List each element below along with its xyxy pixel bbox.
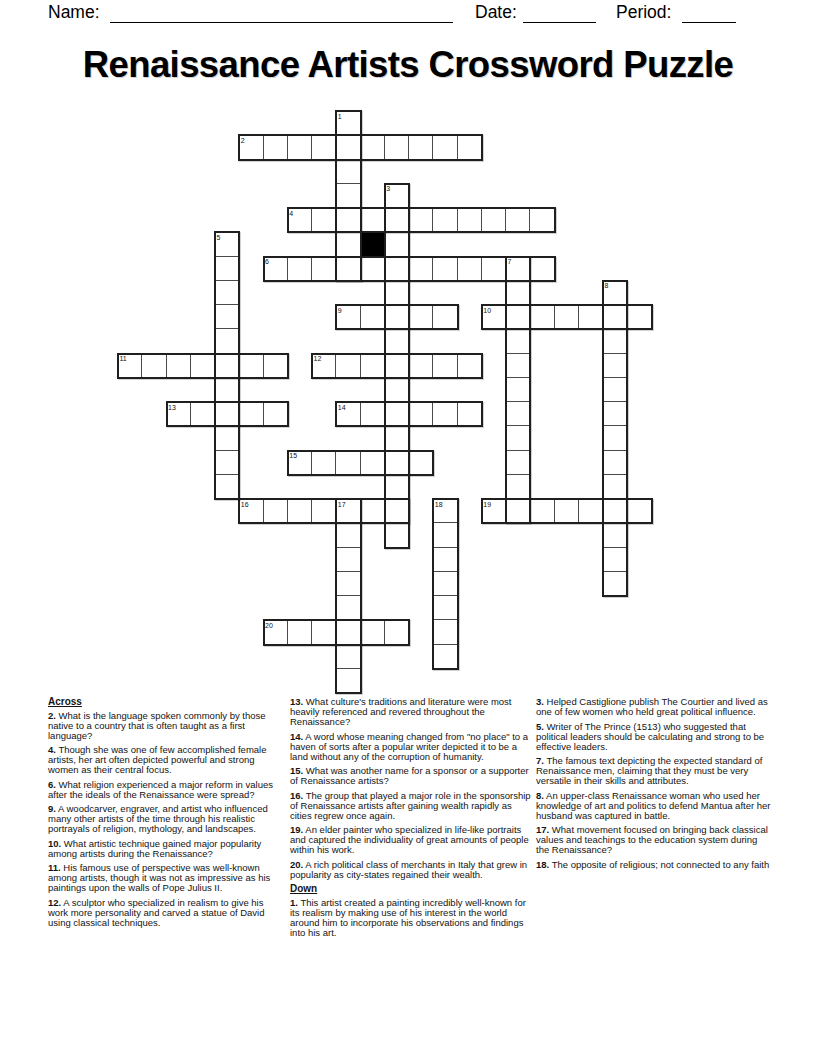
grid-cell[interactable] [384, 256, 409, 281]
clue: 13. What culture's traditions and litera… [290, 697, 534, 727]
grid-cell[interactable] [335, 183, 360, 208]
grid-cell[interactable] [335, 207, 360, 232]
grid-cell[interactable] [287, 256, 312, 281]
clue-number: 9 [338, 307, 342, 314]
grid-cell[interactable] [602, 522, 627, 547]
grid-cell[interactable] [384, 619, 409, 644]
clue: 9. A woodcarver, engraver, and artist wh… [48, 804, 284, 834]
grid-cell[interactable] [432, 134, 457, 159]
clue-list-header: Down [290, 884, 534, 894]
grid-cell[interactable] [384, 474, 409, 499]
grid-cell[interactable] [214, 280, 239, 305]
grid-cell[interactable] [408, 353, 433, 378]
grid-cell[interactable] [384, 280, 409, 305]
grid-cell[interactable] [335, 644, 360, 669]
clue-column-middle: 13. What culture's traditions and litera… [290, 697, 534, 942]
grid-cell[interactable] [408, 207, 433, 232]
grid-cell[interactable] [384, 304, 409, 329]
clue: 18. The opposite of religious; not conne… [536, 860, 771, 870]
grid-cell[interactable] [238, 401, 263, 426]
grid-cell[interactable] [214, 353, 239, 378]
grid-cell[interactable] [311, 619, 336, 644]
clue: 4. Though she was one of few accomplishe… [48, 745, 284, 775]
clue: 14. A word whose meaning changed from "n… [290, 732, 534, 762]
grid-cell[interactable] [457, 353, 482, 378]
grid-cell[interactable] [505, 304, 530, 329]
grid-cell[interactable] [384, 328, 409, 353]
grid-cell[interactable] [214, 450, 239, 475]
grid-cell[interactable] [335, 256, 360, 281]
grid-cell[interactable] [384, 425, 409, 450]
grid-cell[interactable] [335, 450, 360, 475]
grid-cell[interactable] [432, 571, 457, 596]
grid-cell[interactable] [529, 207, 554, 232]
grid-cell[interactable] [335, 159, 360, 184]
grid-cell[interactable] [408, 401, 433, 426]
grid-cell[interactable] [432, 644, 457, 669]
grid-cell[interactable] [602, 353, 627, 378]
grid-cell[interactable] [214, 425, 239, 450]
grid-cell[interactable] [335, 668, 360, 693]
grid-cell[interactable] [432, 401, 457, 426]
clue-column-right: 3. Helped Castiglione publish The Courti… [536, 697, 771, 874]
grid-cell[interactable] [602, 304, 627, 329]
grid-cell[interactable] [384, 522, 409, 547]
grid-cell[interactable] [384, 353, 409, 378]
grid-cell[interactable] [360, 450, 385, 475]
grid-cell[interactable] [360, 401, 385, 426]
clue-number: 19 [483, 501, 491, 508]
grid-cell[interactable] [384, 207, 409, 232]
grid-cell[interactable] [626, 304, 651, 329]
grid-cell[interactable] [505, 401, 530, 426]
grid-cell[interactable] [602, 425, 627, 450]
clue: 11. His famous use of perspective was we… [48, 863, 284, 893]
grid-cell[interactable] [335, 571, 360, 596]
grid-cell[interactable] [505, 280, 530, 305]
grid-cell[interactable] [141, 353, 166, 378]
grid-cell[interactable] [505, 474, 530, 499]
clue-column-left: Across2. What is the language spoken com… [48, 697, 284, 932]
grid-cell[interactable] [602, 328, 627, 353]
grid-cell[interactable] [384, 377, 409, 402]
grid-cell[interactable] [432, 595, 457, 620]
clue: 8. An upper-class Renaissance woman who … [536, 791, 771, 821]
clue-list-header: Across [48, 697, 284, 707]
grid-cell[interactable] [335, 522, 360, 547]
grid-cell[interactable] [335, 353, 360, 378]
grid-cell[interactable] [214, 474, 239, 499]
grid-cell[interactable] [384, 231, 409, 256]
grid-cell[interactable] [311, 450, 336, 475]
grid-cell[interactable] [214, 304, 239, 329]
clue: 5. Writer of The Prince (1513) who sugge… [536, 722, 771, 752]
clue: 7. The famous text depicting the expecte… [536, 756, 771, 786]
grid-cell[interactable] [408, 256, 433, 281]
grid-cell[interactable] [529, 498, 554, 523]
grid-cell[interactable] [432, 619, 457, 644]
grid-cell[interactable] [602, 498, 627, 523]
clue-number: 10 [483, 307, 491, 314]
grid-cell[interactable] [505, 207, 530, 232]
clue: 3. Helped Castiglione publish The Courti… [536, 697, 771, 717]
grid-cell[interactable] [432, 522, 457, 547]
grid-cell[interactable] [311, 207, 336, 232]
grid-cell[interactable] [360, 619, 385, 644]
clue-number: 1 [338, 113, 342, 120]
clue: 12. A sculptor who specialized in realis… [48, 898, 284, 928]
grid-cell[interactable] [360, 256, 385, 281]
grid-cell[interactable] [529, 304, 554, 329]
grid-cell[interactable] [190, 353, 215, 378]
grid-cell[interactable] [529, 256, 554, 281]
grid-cell[interactable] [311, 256, 336, 281]
clue-number: 8 [605, 282, 609, 289]
grid-cell[interactable] [602, 401, 627, 426]
grid-cell[interactable] [554, 498, 579, 523]
grid-cell[interactable] [505, 425, 530, 450]
clue-number: 12 [314, 355, 322, 362]
grid-cell[interactable] [602, 571, 627, 596]
grid-cell[interactable] [626, 498, 651, 523]
grid-cell[interactable] [505, 498, 530, 523]
grid-cell[interactable] [263, 134, 288, 159]
grid-cell[interactable] [384, 134, 409, 159]
grid-cell[interactable] [360, 134, 385, 159]
grid-cell[interactable] [505, 328, 530, 353]
grid-cell[interactable] [505, 450, 530, 475]
grid-cell[interactable] [578, 304, 603, 329]
grid-cell[interactable] [432, 304, 457, 329]
clue: 1. This artist created a painting incred… [290, 898, 534, 938]
clue: 6. What religion experienced a major ref… [48, 780, 284, 800]
grid-cell[interactable] [602, 377, 627, 402]
clue: 17. What movement focused on bringing ba… [536, 825, 771, 855]
grid-cell[interactable] [360, 207, 385, 232]
grid-cell[interactable] [287, 498, 312, 523]
grid-cell[interactable] [238, 353, 263, 378]
clue-number: 20 [265, 622, 273, 629]
clue-number: 13 [168, 404, 176, 411]
grid-cell[interactable] [432, 256, 457, 281]
grid-cell[interactable] [214, 328, 239, 353]
grid-cell[interactable] [311, 498, 336, 523]
clue-number: 14 [338, 404, 346, 411]
clue-number: 18 [435, 501, 443, 508]
clue: 10. What artistic technique gained major… [48, 839, 284, 859]
grid-cell[interactable] [335, 134, 360, 159]
grid-cell[interactable] [335, 595, 360, 620]
grid-cell[interactable] [263, 498, 288, 523]
clue-number: 15 [289, 452, 297, 459]
grid-cell[interactable] [166, 353, 191, 378]
clue: 16. The group that played a major role i… [290, 791, 534, 821]
grid-cell[interactable] [505, 353, 530, 378]
grid-cell[interactable] [408, 304, 433, 329]
clue-number: 5 [217, 234, 221, 241]
grid-cell[interactable] [263, 401, 288, 426]
grid-cell[interactable] [287, 619, 312, 644]
grid-cell[interactable] [190, 401, 215, 426]
grid-cell[interactable] [481, 256, 506, 281]
grid-cell[interactable] [335, 619, 360, 644]
grid-cell[interactable] [408, 134, 433, 159]
clue-number: 16 [241, 501, 249, 508]
grid-cell[interactable] [432, 353, 457, 378]
grid-cell[interactable] [554, 304, 579, 329]
grid-cell[interactable] [408, 450, 433, 475]
grid-cell[interactable] [311, 134, 336, 159]
grid-cell[interactable] [335, 547, 360, 572]
grid-cell[interactable] [578, 498, 603, 523]
clue: 2. What is the language spoken commonly … [48, 711, 284, 741]
grid-cell[interactable] [457, 207, 482, 232]
grid-cell[interactable] [457, 134, 482, 159]
clue-number: 3 [386, 185, 390, 192]
grid-cell[interactable] [360, 498, 385, 523]
clue-number: 4 [289, 210, 293, 217]
grid-cell[interactable] [432, 547, 457, 572]
grid-cell[interactable] [360, 353, 385, 378]
clue-number: 2 [241, 137, 245, 144]
grid-cell[interactable] [481, 207, 506, 232]
grid-cell[interactable] [602, 450, 627, 475]
grid-cell[interactable] [263, 353, 288, 378]
clue: 19. An elder painter who specialized in … [290, 825, 534, 855]
grid-cell[interactable] [384, 401, 409, 426]
grid-cell[interactable] [214, 377, 239, 402]
clue-number: 17 [338, 501, 346, 508]
grid-cell[interactable] [384, 498, 409, 523]
clue-number: 11 [120, 355, 127, 362]
grid-cell[interactable] [457, 256, 482, 281]
clue: 15. What was another name for a sponsor … [290, 766, 534, 786]
clue-number: 6 [265, 258, 269, 265]
grid-cell[interactable] [457, 401, 482, 426]
grid-cell[interactable] [360, 304, 385, 329]
clue-number: 7 [508, 258, 512, 265]
worksheet-page: Name: Date: Period: Renaissance Artists … [0, 0, 816, 1056]
grid-cell[interactable] [505, 377, 530, 402]
grid-cell[interactable] [214, 401, 239, 426]
blocked-cell [360, 231, 386, 257]
grid-cell[interactable] [432, 207, 457, 232]
grid-cell[interactable] [602, 547, 627, 572]
grid-cell[interactable] [602, 474, 627, 499]
grid-cell[interactable] [335, 231, 360, 256]
clue: 20. A rich political class of merchants … [290, 860, 534, 880]
grid-cell[interactable] [384, 450, 409, 475]
grid-cell[interactable] [287, 134, 312, 159]
